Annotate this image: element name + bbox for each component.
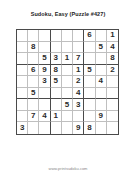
sudoku-cell: 8 — [28, 42, 39, 54]
sudoku-cell — [107, 99, 118, 111]
sudoku-cell — [84, 42, 95, 54]
sudoku-cell — [39, 42, 50, 54]
sudoku-cell — [62, 76, 73, 88]
sudoku-cell — [96, 53, 107, 65]
sudoku-cell — [107, 76, 118, 88]
sudoku-cell — [17, 99, 28, 111]
sudoku-cell: 7 — [73, 53, 84, 65]
sudoku-cell — [107, 122, 118, 134]
sudoku-cell — [51, 122, 62, 134]
sudoku-cell — [51, 99, 62, 111]
sudoku-cell — [62, 88, 73, 100]
sudoku-cell — [39, 30, 50, 42]
sudoku-cell: 8 — [107, 53, 118, 65]
sudoku-cell — [96, 88, 107, 100]
sudoku-cell: 7 — [28, 111, 39, 123]
sudoku-cell — [96, 99, 107, 111]
sudoku-cell: 9 — [96, 111, 107, 123]
sudoku-cell — [28, 53, 39, 65]
sudoku-cell — [51, 30, 62, 42]
sudoku-cell — [84, 53, 95, 65]
sudoku-cell — [28, 30, 39, 42]
sudoku-cell — [51, 42, 62, 54]
sudoku-cell — [28, 122, 39, 134]
sudoku-cell — [107, 88, 118, 100]
sudoku-cell: 5 — [28, 88, 39, 100]
sudoku-cell — [73, 42, 84, 54]
sudoku-cell: 6 — [28, 65, 39, 77]
sudoku-cell — [17, 76, 28, 88]
sudoku-cell — [39, 122, 50, 134]
sudoku-cell: 3 — [73, 99, 84, 111]
page-title: Sudoku, Easy (Puzzle #427) — [0, 11, 136, 17]
sudoku-grid: 6185453178698152352454537419398 — [16, 29, 119, 135]
sudoku-cell: 2 — [107, 65, 118, 77]
sudoku-cell — [96, 30, 107, 42]
sudoku-cell — [73, 30, 84, 42]
sudoku-cell: 3 — [17, 122, 28, 134]
sudoku-cell — [17, 111, 28, 123]
sudoku-cell — [62, 111, 73, 123]
sudoku-cell — [51, 88, 62, 100]
sudoku-cell — [84, 99, 95, 111]
sudoku-cell — [84, 76, 95, 88]
sudoku-cell — [62, 42, 73, 54]
sudoku-cell — [84, 111, 95, 123]
sudoku-cell — [17, 42, 28, 54]
sudoku-cell — [62, 30, 73, 42]
sudoku-cell: 3 — [51, 53, 62, 65]
sudoku-cell: 5 — [62, 99, 73, 111]
sudoku-cell: 9 — [73, 122, 84, 134]
sudoku-cell — [17, 30, 28, 42]
sudoku-cell — [73, 111, 84, 123]
sudoku-cell: 4 — [73, 88, 84, 100]
sudoku-cell — [28, 99, 39, 111]
sudoku-cell — [39, 88, 50, 100]
sudoku-cell: 1 — [107, 30, 118, 42]
sudoku-cell — [96, 65, 107, 77]
sudoku-cell: 5 — [39, 53, 50, 65]
sudoku-cell: 4 — [96, 76, 107, 88]
sudoku-cell — [17, 53, 28, 65]
sudoku-cell — [28, 76, 39, 88]
sudoku-cell: 8 — [51, 65, 62, 77]
sudoku-cell: 6 — [84, 30, 95, 42]
sudoku-cell: 4 — [39, 111, 50, 123]
sudoku-cell — [96, 122, 107, 134]
sudoku-cell — [39, 99, 50, 111]
footer-url: www.printsudoku.com — [0, 166, 136, 171]
sudoku-cell: 1 — [51, 111, 62, 123]
sudoku-cell: 2 — [73, 76, 84, 88]
sudoku-cell: 5 — [51, 76, 62, 88]
sudoku-cell: 8 — [84, 122, 95, 134]
sudoku-cell: 4 — [107, 42, 118, 54]
sudoku-cell: 3 — [39, 76, 50, 88]
sudoku-cell — [17, 88, 28, 100]
sudoku-cell: 5 — [84, 65, 95, 77]
sudoku-cell — [84, 88, 95, 100]
sudoku-cell: 5 — [96, 42, 107, 54]
sudoku-cell — [107, 111, 118, 123]
sudoku-cell — [17, 65, 28, 77]
sudoku-cell — [62, 122, 73, 134]
sudoku-cell: 1 — [62, 53, 73, 65]
sudoku-cell: 1 — [73, 65, 84, 77]
sudoku-cell — [62, 65, 73, 77]
sudoku-cell: 9 — [39, 65, 50, 77]
